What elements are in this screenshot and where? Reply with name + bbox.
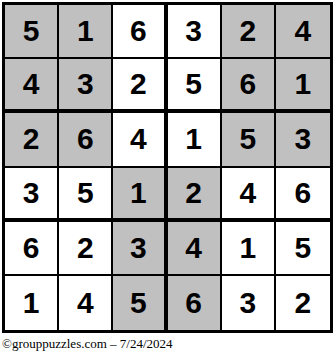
cell-r1c3[interactable]: 6 xyxy=(113,5,167,59)
cell-r5c5[interactable]: 1 xyxy=(222,222,276,276)
cell-r2c4[interactable]: 5 xyxy=(168,59,222,113)
cell-r5c2[interactable]: 2 xyxy=(59,222,113,276)
cell-r2c5[interactable]: 6 xyxy=(222,59,276,113)
cell-r6c1[interactable]: 1 xyxy=(5,276,59,330)
cell-r4c2[interactable]: 5 xyxy=(59,168,113,222)
cell-r3c1[interactable]: 2 xyxy=(5,113,59,167)
cell-r6c2[interactable]: 4 xyxy=(59,276,113,330)
cell-r5c6[interactable]: 5 xyxy=(276,222,330,276)
cell-r3c6[interactable]: 3 xyxy=(276,113,330,167)
copyright-text: ©grouppuzzles.com – 7/24/2024 xyxy=(2,336,173,352)
cell-r5c1[interactable]: 6 xyxy=(5,222,59,276)
cell-r5c3[interactable]: 3 xyxy=(113,222,167,276)
cell-r4c1[interactable]: 3 xyxy=(5,168,59,222)
cell-r6c5[interactable]: 3 xyxy=(222,276,276,330)
cell-r4c4[interactable]: 2 xyxy=(168,168,222,222)
cell-r1c6[interactable]: 4 xyxy=(276,5,330,59)
cell-r2c6[interactable]: 1 xyxy=(276,59,330,113)
cell-r2c3[interactable]: 2 xyxy=(113,59,167,113)
cell-r4c3[interactable]: 1 xyxy=(113,168,167,222)
cell-r3c5[interactable]: 5 xyxy=(222,113,276,167)
cell-r1c2[interactable]: 1 xyxy=(59,5,113,59)
sudoku-board: 516324432561264153351246623415145632 xyxy=(2,2,333,333)
cell-r6c6[interactable]: 2 xyxy=(276,276,330,330)
cell-r6c4[interactable]: 6 xyxy=(168,276,222,330)
puzzle-page: 516324432561264153351246623415145632 ©gr… xyxy=(0,0,335,357)
cell-r3c4[interactable]: 1 xyxy=(168,113,222,167)
cell-r6c3[interactable]: 5 xyxy=(113,276,167,330)
cell-r1c4[interactable]: 3 xyxy=(168,5,222,59)
cell-r5c4[interactable]: 4 xyxy=(168,222,222,276)
cell-r3c2[interactable]: 6 xyxy=(59,113,113,167)
cell-r4c5[interactable]: 4 xyxy=(222,168,276,222)
cell-r3c3[interactable]: 4 xyxy=(113,113,167,167)
cell-r2c1[interactable]: 4 xyxy=(5,59,59,113)
cell-r1c1[interactable]: 5 xyxy=(5,5,59,59)
cell-r1c5[interactable]: 2 xyxy=(222,5,276,59)
cell-r2c2[interactable]: 3 xyxy=(59,59,113,113)
cell-r4c6[interactable]: 6 xyxy=(276,168,330,222)
